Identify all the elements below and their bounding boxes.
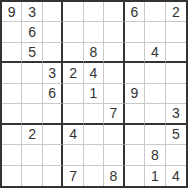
given-cell-r9c8: 1 xyxy=(145,166,165,186)
empty-cell-r4c6[interactable] xyxy=(104,63,124,83)
empty-cell-r3c4[interactable] xyxy=(63,43,83,63)
given-cell-r6c6: 7 xyxy=(104,104,124,124)
given-cell-r3c8: 4 xyxy=(145,43,165,63)
given-cell-r6c9: 3 xyxy=(166,104,186,124)
empty-cell-r8c1[interactable] xyxy=(2,145,22,165)
empty-cell-r1c5[interactable] xyxy=(84,2,104,22)
empty-cell-r2c9[interactable] xyxy=(166,22,186,42)
empty-cell-r8c9[interactable] xyxy=(166,145,186,165)
empty-cell-r9c5[interactable] xyxy=(84,166,104,186)
empty-cell-r7c8[interactable] xyxy=(145,125,165,145)
empty-cell-r5c6[interactable] xyxy=(104,84,124,104)
given-cell-r1c1: 9 xyxy=(2,2,22,22)
empty-cell-r6c2[interactable] xyxy=(22,104,42,124)
empty-cell-r9c7[interactable] xyxy=(125,166,145,186)
empty-cell-r2c8[interactable] xyxy=(145,22,165,42)
empty-cell-r8c3[interactable] xyxy=(43,145,63,165)
empty-cell-r8c4[interactable] xyxy=(63,145,83,165)
given-cell-r5c7: 9 xyxy=(125,84,145,104)
empty-cell-r8c6[interactable] xyxy=(104,145,124,165)
given-cell-r9c4: 7 xyxy=(63,166,83,186)
given-cell-r1c7: 6 xyxy=(125,2,145,22)
given-cell-r7c4: 4 xyxy=(63,125,83,145)
empty-cell-r1c8[interactable] xyxy=(145,2,165,22)
given-cell-r5c3: 6 xyxy=(43,84,63,104)
empty-cell-r5c1[interactable] xyxy=(2,84,22,104)
given-cell-r9c6: 8 xyxy=(104,166,124,186)
empty-cell-r2c5[interactable] xyxy=(84,22,104,42)
empty-cell-r7c7[interactable] xyxy=(125,125,145,145)
given-cell-r5c5: 1 xyxy=(84,84,104,104)
empty-cell-r4c9[interactable] xyxy=(166,63,186,83)
empty-cell-r2c4[interactable] xyxy=(63,22,83,42)
empty-cell-r1c3[interactable] xyxy=(43,2,63,22)
empty-cell-r6c3[interactable] xyxy=(43,104,63,124)
given-cell-r2c2: 6 xyxy=(22,22,42,42)
empty-cell-r3c7[interactable] xyxy=(125,43,145,63)
given-cell-r4c4: 2 xyxy=(63,63,83,83)
empty-cell-r6c5[interactable] xyxy=(84,104,104,124)
given-cell-r8c8: 8 xyxy=(145,145,165,165)
empty-cell-r4c8[interactable] xyxy=(145,63,165,83)
empty-cell-r7c1[interactable] xyxy=(2,125,22,145)
empty-cell-r2c6[interactable] xyxy=(104,22,124,42)
empty-cell-r7c5[interactable] xyxy=(84,125,104,145)
empty-cell-r2c7[interactable] xyxy=(125,22,145,42)
empty-cell-r2c1[interactable] xyxy=(2,22,22,42)
empty-cell-r3c3[interactable] xyxy=(43,43,63,63)
empty-cell-r8c7[interactable] xyxy=(125,145,145,165)
empty-cell-r5c9[interactable] xyxy=(166,84,186,104)
empty-cell-r4c2[interactable] xyxy=(22,63,42,83)
empty-cell-r7c3[interactable] xyxy=(43,125,63,145)
empty-cell-r7c6[interactable] xyxy=(104,125,124,145)
empty-cell-r4c1[interactable] xyxy=(2,63,22,83)
empty-cell-r1c4[interactable] xyxy=(63,2,83,22)
given-cell-r4c5: 4 xyxy=(84,63,104,83)
empty-cell-r1c6[interactable] xyxy=(104,2,124,22)
given-cell-r4c3: 3 xyxy=(43,63,63,83)
empty-cell-r8c2[interactable] xyxy=(22,145,42,165)
sudoku-board: 936265843246197324587814 xyxy=(0,0,188,188)
empty-cell-r9c1[interactable] xyxy=(2,166,22,186)
given-cell-r3c2: 5 xyxy=(22,43,42,63)
empty-cell-r9c2[interactable] xyxy=(22,166,42,186)
given-cell-r3c5: 8 xyxy=(84,43,104,63)
empty-cell-r3c9[interactable] xyxy=(166,43,186,63)
empty-cell-r6c4[interactable] xyxy=(63,104,83,124)
empty-cell-r3c6[interactable] xyxy=(104,43,124,63)
empty-cell-r5c4[interactable] xyxy=(63,84,83,104)
given-cell-r7c9: 5 xyxy=(166,125,186,145)
given-cell-r1c2: 3 xyxy=(22,2,42,22)
empty-cell-r4c7[interactable] xyxy=(125,63,145,83)
empty-cell-r5c2[interactable] xyxy=(22,84,42,104)
given-cell-r7c2: 2 xyxy=(22,125,42,145)
empty-cell-r3c1[interactable] xyxy=(2,43,22,63)
empty-cell-r8c5[interactable] xyxy=(84,145,104,165)
empty-cell-r9c3[interactable] xyxy=(43,166,63,186)
empty-cell-r6c7[interactable] xyxy=(125,104,145,124)
given-cell-r1c9: 2 xyxy=(166,2,186,22)
given-cell-r9c9: 4 xyxy=(166,166,186,186)
empty-cell-r6c1[interactable] xyxy=(2,104,22,124)
empty-cell-r2c3[interactable] xyxy=(43,22,63,42)
empty-cell-r6c8[interactable] xyxy=(145,104,165,124)
empty-cell-r5c8[interactable] xyxy=(145,84,165,104)
